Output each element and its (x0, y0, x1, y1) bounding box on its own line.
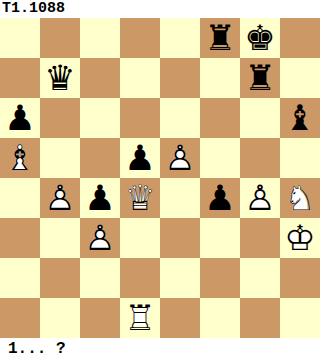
square-b3[interactable] (40, 218, 80, 258)
piece-fill-layer: ♛ (40, 58, 80, 98)
square-g5[interactable] (240, 138, 280, 178)
square-f8[interactable]: ♜ (200, 18, 240, 58)
square-b5[interactable] (40, 138, 80, 178)
square-h4[interactable]: ♞♘ (280, 178, 320, 218)
square-f2[interactable] (200, 258, 240, 298)
square-g3[interactable] (240, 218, 280, 258)
square-f7[interactable] (200, 58, 240, 98)
square-e7[interactable] (160, 58, 200, 98)
piece-fill-layer: ♟ (120, 138, 160, 178)
square-d6[interactable] (120, 98, 160, 138)
square-e4[interactable] (160, 178, 200, 218)
chess-board: ♜♚♛♜♟♝♝♗♟♟♙♟♙♟♛♕♟♟♙♞♘♟♙♚♔♜♖ (0, 18, 320, 338)
white-bishop-icon[interactable]: ♝♗ (0, 138, 40, 178)
piece-fill-layer: ♟ (0, 98, 40, 138)
square-a8[interactable] (0, 18, 40, 58)
white-knight-icon[interactable]: ♞♘ (280, 178, 320, 218)
square-c6[interactable] (80, 98, 120, 138)
piece-outline-layer: ♙ (240, 178, 280, 218)
square-b8[interactable] (40, 18, 80, 58)
piece-fill-layer: ♟ (80, 178, 120, 218)
piece-fill-layer: ♟ (200, 178, 240, 218)
square-a1[interactable] (0, 298, 40, 338)
square-g8[interactable]: ♚ (240, 18, 280, 58)
piece-outline-layer: ♘ (280, 178, 320, 218)
title-bar: T1.1088 (0, 0, 320, 18)
status-bar: 1... ? (0, 338, 320, 360)
black-queen-icon[interactable]: ♛ (40, 58, 80, 98)
square-h1[interactable] (280, 298, 320, 338)
square-a3[interactable] (0, 218, 40, 258)
square-f6[interactable] (200, 98, 240, 138)
square-g2[interactable] (240, 258, 280, 298)
square-c5[interactable] (80, 138, 120, 178)
square-e2[interactable] (160, 258, 200, 298)
piece-outline-layer: ♙ (80, 218, 120, 258)
square-a5[interactable]: ♝♗ (0, 138, 40, 178)
square-f5[interactable] (200, 138, 240, 178)
square-d1[interactable]: ♜♖ (120, 298, 160, 338)
black-king-icon[interactable]: ♚ (240, 18, 280, 58)
square-a7[interactable] (0, 58, 40, 98)
square-h2[interactable] (280, 258, 320, 298)
square-h7[interactable] (280, 58, 320, 98)
black-rook-icon[interactable]: ♜ (200, 18, 240, 58)
square-f3[interactable] (200, 218, 240, 258)
square-a4[interactable] (0, 178, 40, 218)
square-h8[interactable] (280, 18, 320, 58)
move-prompt: 1... ? (0, 338, 66, 360)
square-e1[interactable] (160, 298, 200, 338)
square-h6[interactable]: ♝ (280, 98, 320, 138)
black-pawn-icon[interactable]: ♟ (80, 178, 120, 218)
square-d2[interactable] (120, 258, 160, 298)
square-b2[interactable] (40, 258, 80, 298)
square-e8[interactable] (160, 18, 200, 58)
white-pawn-icon[interactable]: ♟♙ (240, 178, 280, 218)
black-rook-icon[interactable]: ♜ (240, 58, 280, 98)
puzzle-id: T1.1088 (0, 0, 65, 18)
white-pawn-icon[interactable]: ♟♙ (40, 178, 80, 218)
square-d5[interactable]: ♟ (120, 138, 160, 178)
square-d8[interactable] (120, 18, 160, 58)
piece-fill-layer: ♜ (240, 58, 280, 98)
square-a6[interactable]: ♟ (0, 98, 40, 138)
piece-outline-layer: ♙ (160, 138, 200, 178)
square-a2[interactable] (0, 258, 40, 298)
puzzle-window: T1.1088 ♜♚♛♜♟♝♝♗♟♟♙♟♙♟♛♕♟♟♙♞♘♟♙♚♔♜♖ 1...… (0, 0, 320, 360)
square-c4[interactable]: ♟ (80, 178, 120, 218)
square-c1[interactable] (80, 298, 120, 338)
square-b7[interactable]: ♛ (40, 58, 80, 98)
white-pawn-icon[interactable]: ♟♙ (80, 218, 120, 258)
square-e3[interactable] (160, 218, 200, 258)
white-king-icon[interactable]: ♚♔ (280, 218, 320, 258)
square-f4[interactable]: ♟ (200, 178, 240, 218)
piece-outline-layer: ♙ (40, 178, 80, 218)
square-e6[interactable] (160, 98, 200, 138)
piece-outline-layer: ♕ (120, 178, 160, 218)
square-h3[interactable]: ♚♔ (280, 218, 320, 258)
square-c7[interactable] (80, 58, 120, 98)
black-pawn-icon[interactable]: ♟ (0, 98, 40, 138)
square-b4[interactable]: ♟♙ (40, 178, 80, 218)
white-pawn-icon[interactable]: ♟♙ (160, 138, 200, 178)
black-pawn-icon[interactable]: ♟ (120, 138, 160, 178)
piece-fill-layer: ♚ (240, 18, 280, 58)
square-g6[interactable] (240, 98, 280, 138)
square-c8[interactable] (80, 18, 120, 58)
square-c3[interactable]: ♟♙ (80, 218, 120, 258)
piece-outline-layer: ♔ (280, 218, 320, 258)
square-f1[interactable] (200, 298, 240, 338)
square-c2[interactable] (80, 258, 120, 298)
square-b6[interactable] (40, 98, 80, 138)
square-b1[interactable] (40, 298, 80, 338)
black-pawn-icon[interactable]: ♟ (200, 178, 240, 218)
square-g4[interactable]: ♟♙ (240, 178, 280, 218)
square-d7[interactable] (120, 58, 160, 98)
square-e5[interactable]: ♟♙ (160, 138, 200, 178)
square-d4[interactable]: ♛♕ (120, 178, 160, 218)
white-rook-icon[interactable]: ♜♖ (120, 298, 160, 338)
black-bishop-icon[interactable]: ♝ (280, 98, 320, 138)
piece-fill-layer: ♝ (280, 98, 320, 138)
piece-outline-layer: ♖ (120, 298, 160, 338)
square-h5[interactable] (280, 138, 320, 178)
piece-fill-layer: ♜ (200, 18, 240, 58)
square-g1[interactable] (240, 298, 280, 338)
square-d3[interactable] (120, 218, 160, 258)
square-g7[interactable]: ♜ (240, 58, 280, 98)
piece-outline-layer: ♗ (0, 138, 40, 178)
white-queen-icon[interactable]: ♛♕ (120, 178, 160, 218)
